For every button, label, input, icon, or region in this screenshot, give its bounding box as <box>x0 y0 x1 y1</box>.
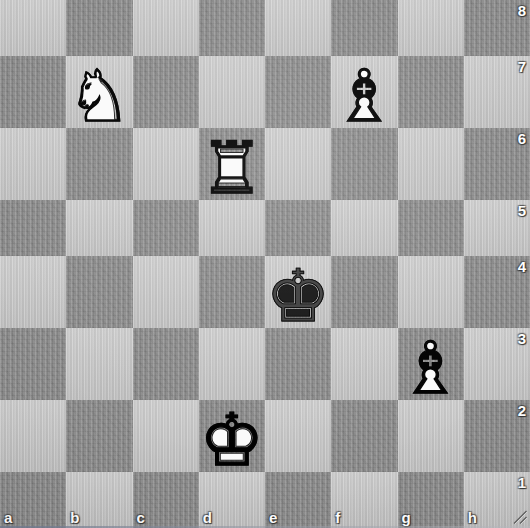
square-a4[interactable] <box>0 256 66 328</box>
square-a7[interactable] <box>0 56 66 128</box>
square-a3[interactable] <box>0 328 66 400</box>
rank-label-4: 4 <box>518 258 526 275</box>
file-label-h: h <box>468 509 477 526</box>
white-king-piece[interactable]: ♚♔ <box>200 404 265 476</box>
white-bishop-piece[interactable]: ♝♗ <box>398 332 463 404</box>
file-label-a: a <box>4 509 12 526</box>
square-g8[interactable] <box>398 0 464 56</box>
white-rook-piece[interactable]: ♜♖ <box>200 132 265 204</box>
square-b5[interactable] <box>66 200 132 256</box>
square-d4[interactable] <box>199 256 265 328</box>
black-king-piece[interactable]: ♚♔ <box>266 260 331 332</box>
square-e2[interactable] <box>265 400 331 472</box>
square-e5[interactable] <box>265 200 331 256</box>
file-label-c: c <box>137 509 145 526</box>
file-label-d: d <box>203 509 212 526</box>
square-h3[interactable]: 3 <box>464 328 530 400</box>
square-c4[interactable] <box>133 256 199 328</box>
square-c6[interactable] <box>133 128 199 200</box>
file-label-g: g <box>402 509 411 526</box>
square-c5[interactable] <box>133 200 199 256</box>
white-bishop-glyph-outline: ♗ <box>398 332 463 404</box>
square-f7[interactable]: ♝♗ <box>331 56 397 128</box>
square-f5[interactable] <box>331 200 397 256</box>
white-knight-glyph-outline: ♘ <box>67 60 132 132</box>
square-c7[interactable] <box>133 56 199 128</box>
square-d2[interactable]: ♚♔ <box>199 400 265 472</box>
square-e6[interactable] <box>265 128 331 200</box>
square-f6[interactable] <box>331 128 397 200</box>
white-rook-glyph-outline: ♖ <box>200 132 265 204</box>
square-h7[interactable]: 7 <box>464 56 530 128</box>
square-g7[interactable] <box>398 56 464 128</box>
square-b2[interactable] <box>66 400 132 472</box>
resize-grip-icon[interactable] <box>511 508 527 524</box>
rank-label-5: 5 <box>518 202 526 219</box>
square-h4[interactable]: 4 <box>464 256 530 328</box>
square-e4[interactable]: ♚♔ <box>265 256 331 328</box>
white-bishop-glyph-outline: ♗ <box>332 60 397 132</box>
square-d7[interactable] <box>199 56 265 128</box>
square-f4[interactable] <box>331 256 397 328</box>
file-label-f: f <box>335 509 340 526</box>
square-b4[interactable] <box>66 256 132 328</box>
square-g3[interactable]: ♝♗ <box>398 328 464 400</box>
rank-label-6: 6 <box>518 130 526 147</box>
chess-board: 8♞♘♝♗7♜♖65♚♔4♝♗3♚♔2abcdefgh1 <box>0 0 530 528</box>
square-d3[interactable] <box>199 328 265 400</box>
square-d6[interactable]: ♜♖ <box>199 128 265 200</box>
file-label-b: b <box>70 509 79 526</box>
square-c3[interactable] <box>133 328 199 400</box>
square-e8[interactable] <box>265 0 331 56</box>
rank-label-8: 8 <box>518 2 526 19</box>
square-f3[interactable] <box>331 328 397 400</box>
square-h5[interactable]: 5 <box>464 200 530 256</box>
square-e3[interactable] <box>265 328 331 400</box>
square-g6[interactable] <box>398 128 464 200</box>
rank-label-2: 2 <box>518 402 526 419</box>
square-g1[interactable]: g <box>398 472 464 528</box>
square-a8[interactable] <box>0 0 66 56</box>
square-b8[interactable] <box>66 0 132 56</box>
square-d8[interactable] <box>199 0 265 56</box>
square-g4[interactable] <box>398 256 464 328</box>
square-b7[interactable]: ♞♘ <box>66 56 132 128</box>
square-a1[interactable]: a <box>0 472 66 528</box>
rank-label-1: 1 <box>518 474 526 491</box>
square-g5[interactable] <box>398 200 464 256</box>
square-a6[interactable] <box>0 128 66 200</box>
square-b6[interactable] <box>66 128 132 200</box>
white-knight-piece[interactable]: ♞♘ <box>67 60 132 132</box>
black-king-glyph-outline: ♔ <box>266 260 331 332</box>
white-king-glyph-outline: ♔ <box>200 404 265 476</box>
square-f1[interactable]: f <box>331 472 397 528</box>
rank-label-3: 3 <box>518 330 526 347</box>
square-c2[interactable] <box>133 400 199 472</box>
square-h8[interactable]: 8 <box>464 0 530 56</box>
square-e1[interactable]: e <box>265 472 331 528</box>
rank-label-7: 7 <box>518 58 526 75</box>
file-label-e: e <box>269 509 277 526</box>
square-b1[interactable]: b <box>66 472 132 528</box>
square-a5[interactable] <box>0 200 66 256</box>
square-g2[interactable] <box>398 400 464 472</box>
square-h2[interactable]: 2 <box>464 400 530 472</box>
square-e7[interactable] <box>265 56 331 128</box>
square-c1[interactable]: c <box>133 472 199 528</box>
square-a2[interactable] <box>0 400 66 472</box>
square-f8[interactable] <box>331 0 397 56</box>
square-f2[interactable] <box>331 400 397 472</box>
square-b3[interactable] <box>66 328 132 400</box>
white-bishop-piece[interactable]: ♝♗ <box>332 60 397 132</box>
square-c8[interactable] <box>133 0 199 56</box>
square-h6[interactable]: 6 <box>464 128 530 200</box>
